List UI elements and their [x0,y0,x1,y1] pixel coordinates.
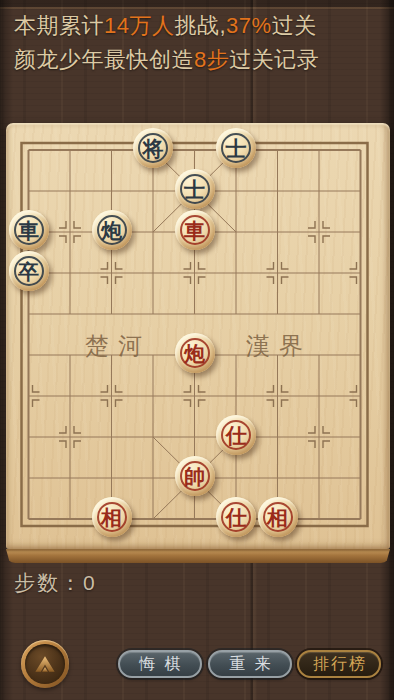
piece-character: 士 [216,128,256,168]
piece-character: 士 [175,169,215,209]
xiangqi-board[interactable]: 楚河 漢界 将士士車炮車卒炮仕帥相仕相 [6,123,390,563]
plain-text: 挑战, [174,13,226,38]
highlight-text: 14万人 [104,13,174,38]
piece-character: 仕 [216,415,256,455]
restart-button[interactable]: 重来 [208,650,292,678]
plain-text: 本期累计 [14,13,104,38]
plain-text: 颜龙少年最快创造 [14,47,194,72]
plain-text: 过关 [272,13,317,38]
piece-character: 車 [9,210,49,250]
stats-line-1: 本期累计14万人挑战,37%过关 [14,11,317,41]
piece-character: 将 [133,128,173,168]
collapse-button[interactable] [21,640,69,688]
move-counter-label: 步数： [14,571,83,594]
move-counter-value: 0 [83,571,97,594]
piece-red-advisor[interactable]: 仕 [216,415,256,455]
piece-black-general[interactable]: 将 [133,128,173,168]
piece-character: 相 [258,497,298,537]
undo-button[interactable]: 悔棋 [118,650,202,678]
plain-text: 过关记录 [229,47,319,72]
piece-character: 相 [92,497,132,537]
move-counter: 步数：0 [14,569,97,597]
chevron-up-icon [32,653,58,675]
piece-character: 車 [175,210,215,250]
piece-black-chariot[interactable]: 車 [9,210,49,250]
board-bottom-edge [6,549,390,563]
piece-red-general[interactable]: 帥 [175,456,215,496]
piece-black-advisor[interactable]: 士 [175,169,215,209]
piece-character: 帥 [175,456,215,496]
piece-red-elephant[interactable]: 相 [258,497,298,537]
piece-black-soldier[interactable]: 卒 [9,251,49,291]
app-screen: 本期累计14万人挑战,37%过关 颜龙少年最快创造8步过关记录 楚河 漢界 将士… [0,0,394,700]
stats-line-2: 颜龙少年最快创造8步过关记录 [14,45,319,75]
piece-red-cannon[interactable]: 炮 [175,333,215,373]
piece-red-chariot[interactable]: 車 [175,210,215,250]
piece-character: 炮 [92,210,132,250]
river-label-left: 楚河 [76,330,150,362]
piece-red-advisor[interactable]: 仕 [216,497,256,537]
piece-red-elephant[interactable]: 相 [92,497,132,537]
highlight-text: 8步 [194,47,229,72]
highlight-text: 37% [226,13,272,38]
piece-black-cannon[interactable]: 炮 [92,210,132,250]
piece-character: 卒 [9,251,49,291]
piece-character: 炮 [175,333,215,373]
river-label-right: 漢界 [237,330,311,362]
piece-character: 仕 [216,497,256,537]
leaderboard-button[interactable]: 排行榜 [297,650,381,678]
collapse-button-inner [25,644,65,684]
piece-black-advisor[interactable]: 士 [216,128,256,168]
